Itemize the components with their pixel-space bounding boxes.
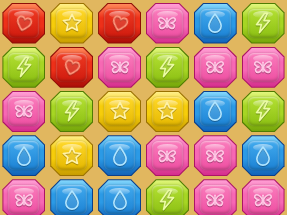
drop-icon: [107, 143, 132, 168]
star-icon: [59, 11, 84, 36]
board-cell-r5c4: [143, 178, 191, 215]
butterfly-icon: [11, 99, 36, 124]
pink-butterfly-gem[interactable]: [242, 179, 285, 215]
blue-drop-gem[interactable]: [98, 179, 141, 215]
pink-butterfly-gem[interactable]: [194, 179, 237, 215]
board-cell-r2c2: [48, 45, 96, 89]
butterfly-icon: [251, 187, 276, 212]
pink-butterfly-gem[interactable]: [2, 91, 45, 132]
blue-drop-gem[interactable]: [242, 135, 285, 176]
board-cell-r3c4: [143, 89, 191, 133]
board-cell-r1c2: [48, 1, 96, 45]
butterfly-icon: [251, 55, 276, 80]
board-cell-r4c2: [48, 134, 96, 178]
board-cell-r4c1: [0, 134, 48, 178]
butterfly-icon: [155, 11, 180, 36]
blue-drop-gem[interactable]: [194, 91, 237, 132]
drop-icon: [107, 187, 132, 212]
drop-icon: [203, 99, 228, 124]
butterfly-icon: [203, 55, 228, 80]
green-lightning-gem[interactable]: [242, 3, 285, 44]
drop-icon: [251, 143, 276, 168]
yellow-star-gem[interactable]: [50, 135, 93, 176]
lightning-icon: [155, 55, 180, 80]
pink-butterfly-gem[interactable]: [194, 47, 237, 88]
board-cell-r5c1: [0, 178, 48, 215]
pink-butterfly-gem[interactable]: [194, 135, 237, 176]
board-cell-r2c6: [239, 45, 287, 89]
board-cell-r2c1: [0, 45, 48, 89]
drop-icon: [11, 143, 36, 168]
board-cell-r2c5: [191, 45, 239, 89]
lightning-icon: [155, 187, 180, 212]
butterfly-icon: [203, 143, 228, 168]
board-cell-r5c2: [48, 178, 96, 215]
game-board: [0, 0, 287, 215]
green-lightning-gem[interactable]: [242, 91, 285, 132]
board-cell-r3c6: [239, 89, 287, 133]
pink-butterfly-gem[interactable]: [242, 47, 285, 88]
board-cell-r2c3: [96, 45, 144, 89]
board-cell-r3c1: [0, 89, 48, 133]
board-cell-r4c5: [191, 134, 239, 178]
yellow-star-gem[interactable]: [146, 91, 189, 132]
board-cell-r3c3: [96, 89, 144, 133]
board-cell-r3c2: [48, 89, 96, 133]
board-cell-r5c6: [239, 178, 287, 215]
lightning-icon: [251, 11, 276, 36]
red-heart-gem[interactable]: [2, 3, 45, 44]
pink-butterfly-gem[interactable]: [98, 47, 141, 88]
blue-drop-gem[interactable]: [50, 179, 93, 215]
star-icon: [107, 99, 132, 124]
pink-butterfly-gem[interactable]: [146, 135, 189, 176]
lightning-icon: [251, 99, 276, 124]
yellow-star-gem[interactable]: [50, 3, 93, 44]
pink-butterfly-gem[interactable]: [2, 179, 45, 215]
board-cell-r1c6: [239, 1, 287, 45]
green-lightning-gem[interactable]: [2, 47, 45, 88]
drop-icon: [59, 187, 84, 212]
butterfly-icon: [203, 187, 228, 212]
green-lightning-gem[interactable]: [146, 179, 189, 215]
lightning-icon: [11, 55, 36, 80]
star-icon: [59, 143, 84, 168]
blue-drop-gem[interactable]: [2, 135, 45, 176]
board-cell-r4c3: [96, 134, 144, 178]
board-cell-r4c4: [143, 134, 191, 178]
gem-grid: [0, 1, 287, 215]
board-cell-r5c3: [96, 178, 144, 215]
lightning-icon: [59, 99, 84, 124]
board-cell-r2c4: [143, 45, 191, 89]
board-cell-r1c3: [96, 1, 144, 45]
board-cell-r1c4: [143, 1, 191, 45]
board-cell-r4c6: [239, 134, 287, 178]
drop-icon: [203, 11, 228, 36]
blue-drop-gem[interactable]: [98, 135, 141, 176]
red-heart-gem[interactable]: [50, 47, 93, 88]
pink-butterfly-gem[interactable]: [146, 3, 189, 44]
board-cell-r3c5: [191, 89, 239, 133]
butterfly-icon: [11, 187, 36, 212]
star-icon: [155, 99, 180, 124]
butterfly-icon: [107, 55, 132, 80]
green-lightning-gem[interactable]: [146, 47, 189, 88]
green-lightning-gem[interactable]: [50, 91, 93, 132]
board-cell-r1c5: [191, 1, 239, 45]
board-cell-r1c1: [0, 1, 48, 45]
yellow-star-gem[interactable]: [98, 91, 141, 132]
board-cell-r5c5: [191, 178, 239, 215]
blue-drop-gem[interactable]: [194, 3, 237, 44]
red-heart-gem[interactable]: [98, 3, 141, 44]
butterfly-icon: [155, 143, 180, 168]
